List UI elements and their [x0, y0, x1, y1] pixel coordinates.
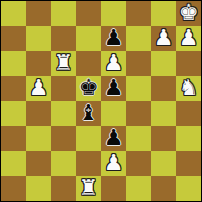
square-e4[interactable]: [101, 101, 126, 126]
square-a6[interactable]: [1, 51, 26, 76]
square-e1[interactable]: [101, 176, 126, 201]
square-f4[interactable]: [126, 101, 151, 126]
square-d3[interactable]: [76, 126, 101, 151]
square-d1[interactable]: ♜: [76, 176, 101, 201]
piece-white-king[interactable]: ♚: [179, 0, 199, 25]
piece-white-rook[interactable]: ♜: [54, 50, 74, 75]
square-c3[interactable]: [51, 126, 76, 151]
square-a7[interactable]: [1, 26, 26, 51]
square-h3[interactable]: [176, 126, 201, 151]
chess-board: ♚♟♟♟♜♟♟♚♟♞♝♟♟♜: [1, 1, 201, 201]
square-e3[interactable]: ♟: [101, 126, 126, 151]
square-d6[interactable]: [76, 51, 101, 76]
square-g1[interactable]: [151, 176, 176, 201]
square-f5[interactable]: [126, 76, 151, 101]
piece-black-pawn[interactable]: ♟: [104, 75, 124, 100]
square-h4[interactable]: [176, 101, 201, 126]
square-c6[interactable]: ♜: [51, 51, 76, 76]
piece-white-pawn[interactable]: ♟: [104, 50, 124, 75]
square-f1[interactable]: [126, 176, 151, 201]
piece-black-pawn[interactable]: ♟: [104, 125, 124, 150]
square-g4[interactable]: [151, 101, 176, 126]
square-b7[interactable]: [26, 26, 51, 51]
square-f2[interactable]: [126, 151, 151, 176]
square-d2[interactable]: [76, 151, 101, 176]
square-c2[interactable]: [51, 151, 76, 176]
square-g7[interactable]: ♟: [151, 26, 176, 51]
square-g6[interactable]: [151, 51, 176, 76]
square-f7[interactable]: [126, 26, 151, 51]
square-c7[interactable]: [51, 26, 76, 51]
piece-white-rook[interactable]: ♜: [79, 175, 99, 200]
square-c8[interactable]: [51, 1, 76, 26]
piece-white-pawn[interactable]: ♟: [154, 25, 174, 50]
square-g8[interactable]: [151, 1, 176, 26]
square-b8[interactable]: [26, 1, 51, 26]
piece-white-knight[interactable]: ♞: [179, 75, 199, 100]
square-b3[interactable]: [26, 126, 51, 151]
square-f6[interactable]: [126, 51, 151, 76]
square-d7[interactable]: [76, 26, 101, 51]
square-c5[interactable]: [51, 76, 76, 101]
square-e6[interactable]: ♟: [101, 51, 126, 76]
square-d5[interactable]: ♚: [76, 76, 101, 101]
piece-white-pawn[interactable]: ♟: [179, 25, 199, 50]
square-d4[interactable]: ♝: [76, 101, 101, 126]
square-b2[interactable]: [26, 151, 51, 176]
square-c4[interactable]: [51, 101, 76, 126]
square-a2[interactable]: [1, 151, 26, 176]
square-a3[interactable]: [1, 126, 26, 151]
square-a8[interactable]: [1, 1, 26, 26]
square-h7[interactable]: ♟: [176, 26, 201, 51]
square-h5[interactable]: ♞: [176, 76, 201, 101]
square-h1[interactable]: [176, 176, 201, 201]
square-e5[interactable]: ♟: [101, 76, 126, 101]
square-e7[interactable]: ♟: [101, 26, 126, 51]
square-a1[interactable]: [1, 176, 26, 201]
square-b6[interactable]: [26, 51, 51, 76]
square-h2[interactable]: [176, 151, 201, 176]
square-c1[interactable]: [51, 176, 76, 201]
piece-white-pawn[interactable]: ♟: [104, 150, 124, 175]
square-b1[interactable]: [26, 176, 51, 201]
square-a5[interactable]: [1, 76, 26, 101]
square-h8[interactable]: ♚: [176, 1, 201, 26]
square-g3[interactable]: [151, 126, 176, 151]
square-f8[interactable]: [126, 1, 151, 26]
square-g5[interactable]: [151, 76, 176, 101]
chess-board-frame: ♚♟♟♟♜♟♟♚♟♞♝♟♟♜: [0, 0, 202, 202]
square-f3[interactable]: [126, 126, 151, 151]
square-a4[interactable]: [1, 101, 26, 126]
square-b5[interactable]: ♟: [26, 76, 51, 101]
square-h6[interactable]: [176, 51, 201, 76]
square-e2[interactable]: ♟: [101, 151, 126, 176]
square-d8[interactable]: [76, 1, 101, 26]
piece-black-bishop[interactable]: ♝: [79, 100, 99, 125]
square-e8[interactable]: [101, 1, 126, 26]
square-b4[interactable]: [26, 101, 51, 126]
square-g2[interactable]: [151, 151, 176, 176]
piece-white-pawn[interactable]: ♟: [29, 75, 49, 100]
piece-black-pawn[interactable]: ♟: [104, 25, 124, 50]
piece-black-king[interactable]: ♚: [79, 75, 99, 100]
